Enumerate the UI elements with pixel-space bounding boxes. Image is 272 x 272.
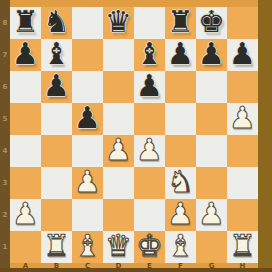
square-a4[interactable]: [10, 135, 41, 167]
square-a3[interactable]: [10, 167, 41, 199]
white-pawn-a2[interactable]: ♟: [12, 198, 39, 230]
square-d6[interactable]: [103, 71, 134, 103]
white-knight-f3[interactable]: ♞: [167, 166, 194, 198]
black-queen-d8[interactable]: ♛: [105, 6, 132, 38]
white-pawn-f2[interactable]: ♟: [167, 198, 194, 230]
white-rook-h1[interactable]: ♜: [229, 230, 256, 262]
square-d8[interactable]: ♛: [103, 7, 134, 39]
rank-label-2: 2: [0, 199, 10, 231]
black-bishop-e7[interactable]: ♝: [136, 38, 163, 70]
square-f5[interactable]: [165, 103, 196, 135]
square-a7[interactable]: ♟: [10, 39, 41, 71]
white-bishop-c1[interactable]: ♝: [74, 230, 101, 262]
square-c6[interactable]: [72, 71, 103, 103]
square-a8[interactable]: ♜: [10, 7, 41, 39]
square-h8[interactable]: [227, 7, 258, 39]
square-f4[interactable]: [165, 135, 196, 167]
square-c1[interactable]: ♝: [72, 231, 103, 263]
chess-board: ♜♞♛♜♚♟♝♝♟♟♟♟♟♟♟♟♟♟♞♟♟♟♜♝♛♚♝♜: [10, 7, 258, 263]
white-queen-d1[interactable]: ♛: [105, 230, 132, 262]
square-e4[interactable]: ♟: [134, 135, 165, 167]
white-pawn-h5[interactable]: ♟: [229, 102, 256, 134]
black-pawn-h7[interactable]: ♟: [229, 38, 256, 70]
square-b5[interactable]: [41, 103, 72, 135]
black-pawn-f7[interactable]: ♟: [167, 38, 194, 70]
square-b2[interactable]: [41, 199, 72, 231]
square-d3[interactable]: [103, 167, 134, 199]
square-g5[interactable]: [196, 103, 227, 135]
rank-label-8: 8: [0, 7, 10, 39]
square-d4[interactable]: ♟: [103, 135, 134, 167]
square-b3[interactable]: [41, 167, 72, 199]
rank-label-3: 3: [0, 167, 10, 199]
square-g7[interactable]: ♟: [196, 39, 227, 71]
black-pawn-e6[interactable]: ♟: [136, 70, 163, 102]
square-h3[interactable]: [227, 167, 258, 199]
square-g8[interactable]: ♚: [196, 7, 227, 39]
square-a1[interactable]: [10, 231, 41, 263]
square-c8[interactable]: [72, 7, 103, 39]
board-frame-right: [258, 0, 272, 272]
rank-label-7: 7: [0, 39, 10, 71]
square-a5[interactable]: [10, 103, 41, 135]
square-b8[interactable]: ♞: [41, 7, 72, 39]
square-f1[interactable]: ♝: [165, 231, 196, 263]
square-b4[interactable]: [41, 135, 72, 167]
white-bishop-f1[interactable]: ♝: [167, 230, 194, 262]
black-king-g8[interactable]: ♚: [198, 6, 225, 38]
square-c5[interactable]: ♟: [72, 103, 103, 135]
white-pawn-g2[interactable]: ♟: [198, 198, 225, 230]
chess-board-widget: ♜♞♛♜♚♟♝♝♟♟♟♟♟♟♟♟♟♟♞♟♟♟♜♝♛♚♝♜ 87654321ABC…: [0, 0, 272, 272]
square-b1[interactable]: ♜: [41, 231, 72, 263]
square-e3[interactable]: [134, 167, 165, 199]
square-g4[interactable]: [196, 135, 227, 167]
white-rook-b1[interactable]: ♜: [43, 230, 70, 262]
square-e1[interactable]: ♚: [134, 231, 165, 263]
square-h4[interactable]: [227, 135, 258, 167]
square-d5[interactable]: [103, 103, 134, 135]
black-knight-b8[interactable]: ♞: [43, 6, 70, 38]
square-a6[interactable]: [10, 71, 41, 103]
square-h7[interactable]: ♟: [227, 39, 258, 71]
square-g3[interactable]: [196, 167, 227, 199]
square-c3[interactable]: ♟: [72, 167, 103, 199]
square-d2[interactable]: [103, 199, 134, 231]
square-e7[interactable]: ♝: [134, 39, 165, 71]
square-c4[interactable]: [72, 135, 103, 167]
white-pawn-c3[interactable]: ♟: [74, 166, 101, 198]
square-f8[interactable]: ♜: [165, 7, 196, 39]
square-d1[interactable]: ♛: [103, 231, 134, 263]
square-f2[interactable]: ♟: [165, 199, 196, 231]
black-pawn-b6[interactable]: ♟: [43, 70, 70, 102]
white-pawn-e4[interactable]: ♟: [136, 134, 163, 166]
board-frame-bottom-edge: [0, 268, 272, 272]
square-f6[interactable]: [165, 71, 196, 103]
white-king-e1[interactable]: ♚: [136, 230, 163, 262]
square-e6[interactable]: ♟: [134, 71, 165, 103]
white-pawn-d4[interactable]: ♟: [105, 134, 132, 166]
square-e5[interactable]: [134, 103, 165, 135]
square-e2[interactable]: [134, 199, 165, 231]
square-b6[interactable]: ♟: [41, 71, 72, 103]
square-c7[interactable]: [72, 39, 103, 71]
rank-label-4: 4: [0, 135, 10, 167]
square-f3[interactable]: ♞: [165, 167, 196, 199]
square-h5[interactable]: ♟: [227, 103, 258, 135]
square-b7[interactable]: ♝: [41, 39, 72, 71]
black-pawn-a7[interactable]: ♟: [12, 38, 39, 70]
square-f7[interactable]: ♟: [165, 39, 196, 71]
rank-label-1: 1: [0, 231, 10, 263]
square-g6[interactable]: [196, 71, 227, 103]
square-h1[interactable]: ♜: [227, 231, 258, 263]
square-g1[interactable]: [196, 231, 227, 263]
black-rook-a8[interactable]: ♜: [12, 6, 39, 38]
square-h2[interactable]: [227, 199, 258, 231]
black-pawn-c5[interactable]: ♟: [74, 102, 101, 134]
square-h6[interactable]: [227, 71, 258, 103]
square-g2[interactable]: ♟: [196, 199, 227, 231]
rank-label-5: 5: [0, 103, 10, 135]
black-pawn-g7[interactable]: ♟: [198, 38, 225, 70]
square-c2[interactable]: [72, 199, 103, 231]
square-a2[interactable]: ♟: [10, 199, 41, 231]
rank-label-6: 6: [0, 71, 10, 103]
square-d7[interactable]: [103, 39, 134, 71]
square-e8[interactable]: [134, 7, 165, 39]
black-bishop-b7[interactable]: ♝: [43, 38, 70, 70]
black-rook-f8[interactable]: ♜: [167, 6, 194, 38]
